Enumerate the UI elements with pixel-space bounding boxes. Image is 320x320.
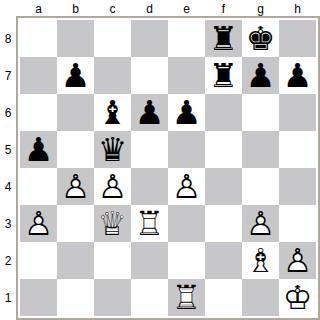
square-d6[interactable]: ♟: [131, 94, 168, 131]
square-c5[interactable]: ♛: [94, 131, 131, 168]
square-c2[interactable]: [94, 242, 131, 279]
square-g7[interactable]: ♟: [242, 57, 279, 94]
square-e6[interactable]: ♟: [168, 94, 205, 131]
square-b1[interactable]: [57, 279, 94, 316]
file-label-b: b: [57, 0, 94, 16]
chess-board[interactable]: ♜♚♟♜♟♟♝♟♟♟♛♟♙♟♙♟♙♟♙♛♕♜♖♟♙♝♗♟♙♜♖♚♔: [16, 16, 320, 320]
file-label-f: f: [205, 0, 242, 16]
rank-label-3: 3: [0, 205, 16, 242]
white-pawn-c4[interactable]: ♟♙: [98, 168, 128, 205]
square-f5[interactable]: [205, 131, 242, 168]
square-g4[interactable]: [242, 168, 279, 205]
square-e1[interactable]: ♜♖: [168, 279, 205, 316]
file-label-d: d: [131, 0, 168, 16]
square-b4[interactable]: ♟♙: [57, 168, 94, 205]
black-pawn-b7[interactable]: ♟: [61, 57, 91, 94]
square-d1[interactable]: [131, 279, 168, 316]
file-labels: abcdefgh: [20, 0, 316, 16]
black-pawn-g7[interactable]: ♟: [246, 57, 276, 94]
rank-labels: 87654321: [0, 20, 16, 316]
white-rook-e1[interactable]: ♜♖: [172, 279, 202, 316]
square-a1[interactable]: [20, 279, 57, 316]
white-piece-outline: ♙: [172, 168, 202, 205]
square-c8[interactable]: [94, 20, 131, 57]
file-label-c: c: [94, 0, 131, 16]
square-e2[interactable]: [168, 242, 205, 279]
square-h3[interactable]: [279, 205, 316, 242]
square-d5[interactable]: [131, 131, 168, 168]
square-g2[interactable]: ♝♗: [242, 242, 279, 279]
rank-label-8: 8: [0, 20, 16, 57]
square-g8[interactable]: ♚: [242, 20, 279, 57]
square-d8[interactable]: [131, 20, 168, 57]
file-label-g: g: [242, 0, 279, 16]
square-h2[interactable]: ♟♙: [279, 242, 316, 279]
square-h6[interactable]: [279, 94, 316, 131]
square-a4[interactable]: [20, 168, 57, 205]
white-bishop-g2[interactable]: ♝♗: [246, 242, 276, 279]
white-king-h1[interactable]: ♚♔: [283, 279, 313, 316]
white-piece-outline: ♙: [24, 205, 54, 242]
white-pawn-a3[interactable]: ♟♙: [24, 205, 54, 242]
black-pawn-a5[interactable]: ♟: [24, 131, 54, 168]
square-b6[interactable]: [57, 94, 94, 131]
square-e4[interactable]: ♟♙: [168, 168, 205, 205]
square-a2[interactable]: [20, 242, 57, 279]
square-a6[interactable]: [20, 94, 57, 131]
white-piece-outline: ♙: [98, 168, 128, 205]
square-d7[interactable]: [131, 57, 168, 94]
square-h5[interactable]: [279, 131, 316, 168]
white-piece-outline: ♕: [98, 205, 128, 242]
square-f6[interactable]: [205, 94, 242, 131]
black-pawn-e6[interactable]: ♟: [172, 94, 202, 131]
rank-label-5: 5: [0, 131, 16, 168]
white-piece-outline: ♖: [172, 279, 202, 316]
white-queen-c3[interactable]: ♛♕: [98, 205, 128, 242]
white-piece-outline: ♗: [246, 242, 276, 279]
file-label-h: h: [279, 0, 316, 16]
square-h4[interactable]: [279, 168, 316, 205]
white-rook-d3[interactable]: ♜♖: [135, 205, 165, 242]
rank-label-4: 4: [0, 168, 16, 205]
square-f8[interactable]: ♜: [205, 20, 242, 57]
square-e3[interactable]: [168, 205, 205, 242]
white-piece-outline: ♖: [135, 205, 165, 242]
square-a5[interactable]: ♟: [20, 131, 57, 168]
square-d2[interactable]: [131, 242, 168, 279]
white-piece-outline: ♔: [283, 279, 313, 316]
square-c6[interactable]: ♝: [94, 94, 131, 131]
chess-diagram: abcdefgh 87654321 ♜♚♟♜♟♟♝♟♟♟♛♟♙♟♙♟♙♟♙♛♕♜…: [0, 0, 320, 320]
square-h7[interactable]: ♟: [279, 57, 316, 94]
square-f4[interactable]: [205, 168, 242, 205]
square-f7[interactable]: ♜: [205, 57, 242, 94]
square-c1[interactable]: [94, 279, 131, 316]
rank-label-6: 6: [0, 94, 16, 131]
square-e8[interactable]: [168, 20, 205, 57]
square-d4[interactable]: [131, 168, 168, 205]
square-g5[interactable]: [242, 131, 279, 168]
square-g1[interactable]: [242, 279, 279, 316]
square-e7[interactable]: [168, 57, 205, 94]
black-pawn-d6[interactable]: ♟: [135, 94, 165, 131]
square-c4[interactable]: ♟♙: [94, 168, 131, 205]
white-pawn-h2[interactable]: ♟♙: [283, 242, 313, 279]
white-pawn-e4[interactable]: ♟♙: [172, 168, 202, 205]
square-c7[interactable]: [94, 57, 131, 94]
rank-label-1: 1: [0, 279, 16, 316]
square-b2[interactable]: [57, 242, 94, 279]
square-f1[interactable]: [205, 279, 242, 316]
square-d3[interactable]: ♜♖: [131, 205, 168, 242]
square-b7[interactable]: ♟: [57, 57, 94, 94]
square-e5[interactable]: [168, 131, 205, 168]
square-h8[interactable]: [279, 20, 316, 57]
square-f2[interactable]: [205, 242, 242, 279]
file-label-e: e: [168, 0, 205, 16]
black-bishop-c6[interactable]: ♝: [98, 94, 128, 131]
square-a8[interactable]: [20, 20, 57, 57]
black-king-g8[interactable]: ♚: [246, 20, 276, 57]
file-label-a: a: [20, 0, 57, 16]
black-rook-f7[interactable]: ♜: [209, 57, 239, 94]
square-g6[interactable]: [242, 94, 279, 131]
white-piece-outline: ♙: [246, 205, 276, 242]
square-b8[interactable]: [57, 20, 94, 57]
square-f3[interactable]: [205, 205, 242, 242]
white-piece-outline: ♙: [283, 242, 313, 279]
square-b5[interactable]: [57, 131, 94, 168]
square-c3[interactable]: ♛♕: [94, 205, 131, 242]
square-a3[interactable]: ♟♙: [20, 205, 57, 242]
white-pawn-b4[interactable]: ♟♙: [61, 168, 91, 205]
square-b3[interactable]: [57, 205, 94, 242]
rank-label-7: 7: [0, 57, 16, 94]
square-h1[interactable]: ♚♔: [279, 279, 316, 316]
black-rook-f8[interactable]: ♜: [209, 20, 239, 57]
square-g3[interactable]: ♟♙: [242, 205, 279, 242]
white-piece-outline: ♙: [61, 168, 91, 205]
black-queen-c5[interactable]: ♛: [98, 131, 128, 168]
rank-label-2: 2: [0, 242, 16, 279]
white-pawn-g3[interactable]: ♟♙: [246, 205, 276, 242]
square-a7[interactable]: [20, 57, 57, 94]
black-pawn-h7[interactable]: ♟: [283, 57, 313, 94]
